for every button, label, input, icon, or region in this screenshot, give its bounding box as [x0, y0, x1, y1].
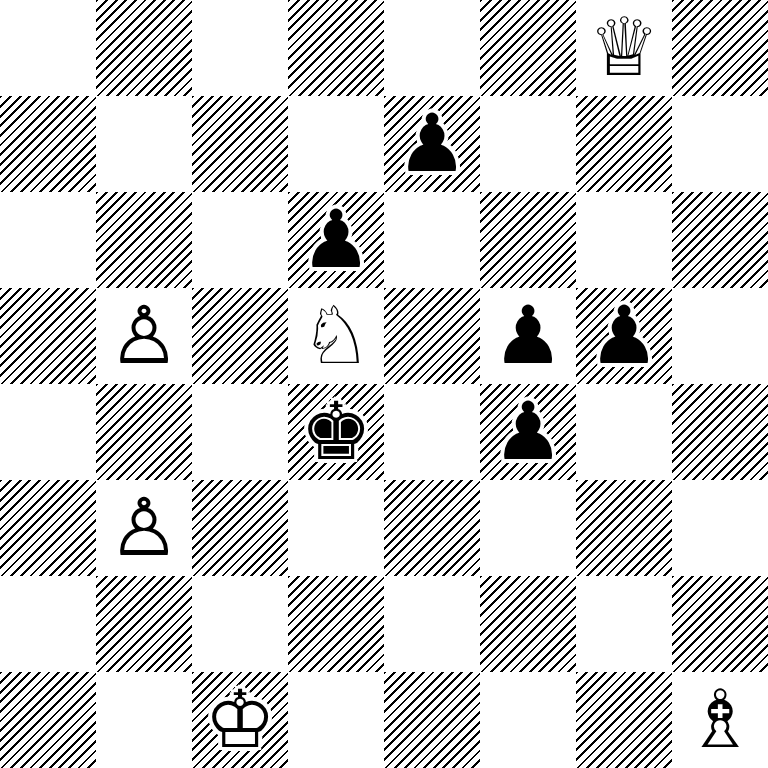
square-e7[interactable]: ♟♟: [384, 96, 480, 192]
square-b5[interactable]: ♟♙: [96, 288, 192, 384]
black-pawn-icon: ♟: [480, 384, 576, 480]
black-pawn-icon: ♟: [576, 288, 672, 384]
square-f2[interactable]: [480, 576, 576, 672]
chess-board: ♛♕♟♟♟♟♟♙♞♘♟♟♟♟♚♚♟♟♟♙♚♔♝♗: [0, 0, 768, 768]
square-h6[interactable]: [672, 192, 768, 288]
square-g3[interactable]: [576, 480, 672, 576]
square-b2[interactable]: [96, 576, 192, 672]
square-g4[interactable]: [576, 384, 672, 480]
square-c1[interactable]: ♚♔: [192, 672, 288, 768]
square-c6[interactable]: [192, 192, 288, 288]
square-b1[interactable]: [96, 672, 192, 768]
square-h8[interactable]: [672, 0, 768, 96]
square-b8[interactable]: [96, 0, 192, 96]
square-f6[interactable]: [480, 192, 576, 288]
square-a2[interactable]: [0, 576, 96, 672]
square-g2[interactable]: [576, 576, 672, 672]
square-f3[interactable]: [480, 480, 576, 576]
square-h3[interactable]: [672, 480, 768, 576]
square-b7[interactable]: [96, 96, 192, 192]
white-queen-icon: ♕: [576, 0, 672, 96]
square-e3[interactable]: [384, 480, 480, 576]
square-d5[interactable]: ♞♘: [288, 288, 384, 384]
square-g6[interactable]: [576, 192, 672, 288]
square-e1[interactable]: [384, 672, 480, 768]
white-pawn-icon: ♙: [96, 288, 192, 384]
square-a3[interactable]: [0, 480, 96, 576]
square-h4[interactable]: [672, 384, 768, 480]
black-pawn-icon: ♟: [480, 288, 576, 384]
square-h7[interactable]: [672, 96, 768, 192]
square-c5[interactable]: [192, 288, 288, 384]
square-b6[interactable]: [96, 192, 192, 288]
square-g8[interactable]: ♛♕: [576, 0, 672, 96]
white-bishop-icon: ♗: [672, 672, 768, 768]
square-f7[interactable]: [480, 96, 576, 192]
square-e8[interactable]: [384, 0, 480, 96]
square-e4[interactable]: [384, 384, 480, 480]
black-king-icon: ♚: [288, 384, 384, 480]
black-pawn-icon: ♟: [288, 192, 384, 288]
square-a4[interactable]: [0, 384, 96, 480]
square-a6[interactable]: [0, 192, 96, 288]
square-h1[interactable]: ♝♗: [672, 672, 768, 768]
square-d6[interactable]: ♟♟: [288, 192, 384, 288]
square-d4[interactable]: ♚♚: [288, 384, 384, 480]
white-king-icon: ♔: [192, 672, 288, 768]
square-d8[interactable]: [288, 0, 384, 96]
square-c4[interactable]: [192, 384, 288, 480]
square-g1[interactable]: [576, 672, 672, 768]
square-h5[interactable]: [672, 288, 768, 384]
square-a7[interactable]: [0, 96, 96, 192]
square-g7[interactable]: [576, 96, 672, 192]
square-d2[interactable]: [288, 576, 384, 672]
square-c8[interactable]: [192, 0, 288, 96]
square-h2[interactable]: [672, 576, 768, 672]
square-a1[interactable]: [0, 672, 96, 768]
square-f5[interactable]: ♟♟: [480, 288, 576, 384]
square-f8[interactable]: [480, 0, 576, 96]
square-b4[interactable]: [96, 384, 192, 480]
square-a8[interactable]: [0, 0, 96, 96]
square-c3[interactable]: [192, 480, 288, 576]
square-e2[interactable]: [384, 576, 480, 672]
square-c7[interactable]: [192, 96, 288, 192]
square-d3[interactable]: [288, 480, 384, 576]
square-f1[interactable]: [480, 672, 576, 768]
white-knight-icon: ♘: [288, 288, 384, 384]
square-a5[interactable]: [0, 288, 96, 384]
square-b3[interactable]: ♟♙: [96, 480, 192, 576]
black-pawn-icon: ♟: [384, 96, 480, 192]
square-e5[interactable]: [384, 288, 480, 384]
square-e6[interactable]: [384, 192, 480, 288]
white-pawn-icon: ♙: [96, 480, 192, 576]
square-g5[interactable]: ♟♟: [576, 288, 672, 384]
square-d1[interactable]: [288, 672, 384, 768]
square-c2[interactable]: [192, 576, 288, 672]
square-d7[interactable]: [288, 96, 384, 192]
square-f4[interactable]: ♟♟: [480, 384, 576, 480]
